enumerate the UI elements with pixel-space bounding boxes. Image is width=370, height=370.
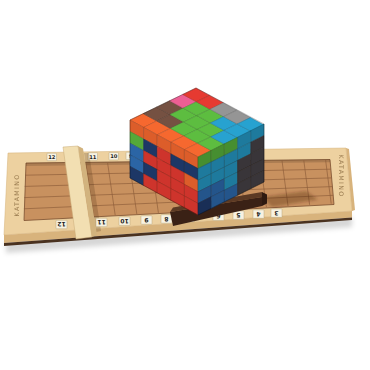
tab-number: 3	[274, 210, 278, 217]
tab-number: 12	[57, 221, 65, 228]
tab-number: 11	[89, 154, 97, 160]
tab-number: 9	[144, 217, 148, 224]
tab-number: 4	[256, 211, 260, 218]
brand-left: KATAMINO	[13, 174, 20, 217]
product-photo-katamino: KATAMINO KATAMINO 1211109 1211109876543	[0, 0, 370, 370]
tab-number: 11	[97, 219, 105, 226]
tab-number: 5	[236, 212, 240, 219]
brand-right: KATAMINO	[338, 155, 345, 198]
scene-svg: KATAMINO KATAMINO 1211109 1211109876543	[0, 0, 370, 370]
tab-number: 8	[164, 216, 168, 223]
tab-number: 10	[120, 218, 128, 225]
tab-number: 10	[110, 153, 118, 159]
tab-number: 12	[48, 154, 56, 160]
